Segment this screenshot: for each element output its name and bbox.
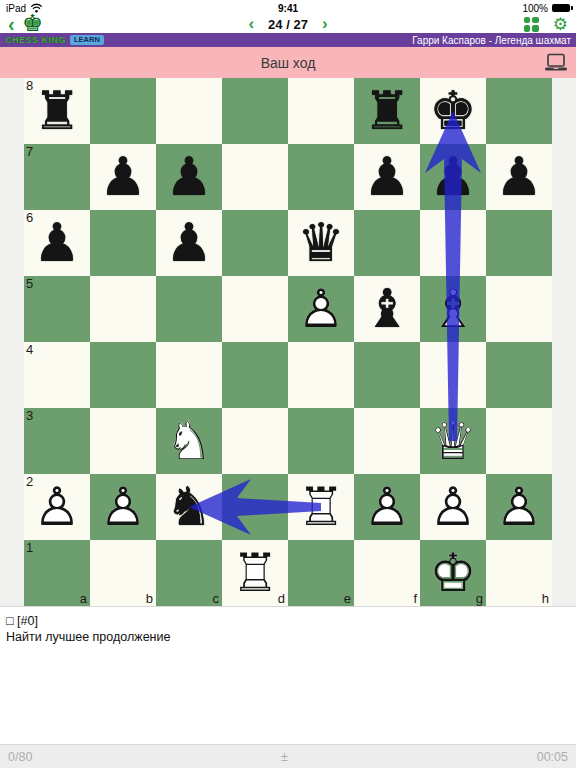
file-label-g: g xyxy=(476,591,483,606)
square-h5[interactable] xyxy=(486,276,552,342)
square-b3[interactable] xyxy=(90,408,156,474)
square-d8[interactable] xyxy=(222,78,288,144)
square-d6[interactable] xyxy=(222,210,288,276)
footer-bar: 0/80 ± 00:05 xyxy=(0,744,576,768)
square-f2[interactable]: ♟♙ xyxy=(354,474,420,540)
rank-label-5: 5 xyxy=(26,276,33,291)
black-pawn-c6: ♟ xyxy=(156,210,222,276)
board-section: 8♜♜♚7♟♟♟♟♟6♟♟♛5♟♙♝♝♗43♞♘♛♕2♟♙♟♙♞♜♖♟♙♟♙♟♙… xyxy=(0,78,576,606)
square-c3[interactable]: ♞♘ xyxy=(156,408,222,474)
square-f7[interactable]: ♟ xyxy=(354,144,420,210)
move-marker: □ [#0] xyxy=(6,613,570,629)
square-c7[interactable]: ♟ xyxy=(156,144,222,210)
square-e2[interactable]: ♜♖ xyxy=(288,474,354,540)
prev-move-button[interactable]: ‹ xyxy=(248,16,254,32)
square-g6[interactable] xyxy=(420,210,486,276)
square-f8[interactable]: ♜ xyxy=(354,78,420,144)
battery-percent: 100% xyxy=(522,3,548,14)
grid-view-icon[interactable] xyxy=(524,17,539,32)
square-b1[interactable]: b xyxy=(90,540,156,606)
black-pawn-h7: ♟ xyxy=(486,144,552,210)
square-e5[interactable]: ♟♙ xyxy=(288,276,354,342)
square-h1[interactable]: h xyxy=(486,540,552,606)
square-d5[interactable] xyxy=(222,276,288,342)
rank-label-8: 8 xyxy=(26,78,33,93)
rank-label-1: 1 xyxy=(26,540,33,555)
square-a6[interactable]: 6♟ xyxy=(24,210,90,276)
white-rook-e2: ♜♖ xyxy=(288,474,354,540)
nav-bar: ‹ ♚♔ ‹ 24 / 27 › ⚙ xyxy=(0,15,576,33)
black-pawn-a6: ♟ xyxy=(24,210,90,276)
status-bar: iPad 9:41 100% xyxy=(0,0,576,15)
square-b2[interactable]: ♟♙ xyxy=(90,474,156,540)
puzzle-counter: 24 / 27 xyxy=(268,17,308,32)
score-counter: 0/80 xyxy=(8,750,32,764)
square-d7[interactable] xyxy=(222,144,288,210)
black-rook-a8: ♜ xyxy=(24,78,90,144)
square-h3[interactable] xyxy=(486,408,552,474)
file-label-e: e xyxy=(344,591,351,606)
task-text: Найти лучшее продолжение xyxy=(6,629,570,645)
white-bishop-g5: ♝♗ xyxy=(420,276,486,342)
chess-king-app: iPad 9:41 100% ‹ ♚♔ ‹ 24 / 27 › ⚙ xyxy=(0,0,576,768)
square-f5[interactable]: ♝ xyxy=(354,276,420,342)
square-f4[interactable] xyxy=(354,342,420,408)
black-pawn-c7: ♟ xyxy=(156,144,222,210)
black-pawn-b7: ♟ xyxy=(90,144,156,210)
square-g3[interactable]: ♛♕ xyxy=(420,408,486,474)
square-e1[interactable]: e xyxy=(288,540,354,606)
file-label-h: h xyxy=(542,591,549,606)
square-b4[interactable] xyxy=(90,342,156,408)
back-chevron[interactable]: ‹ xyxy=(8,16,15,32)
computer-icon[interactable] xyxy=(544,53,568,72)
square-g7[interactable]: ♟ xyxy=(420,144,486,210)
black-queen-e6: ♛ xyxy=(288,210,354,276)
clock: 9:41 xyxy=(278,3,298,14)
square-g2[interactable]: ♟♙ xyxy=(420,474,486,540)
square-b5[interactable] xyxy=(90,276,156,342)
chess-king-logo-icon[interactable]: ♚♔ xyxy=(21,11,45,35)
white-pawn-f2: ♟♙ xyxy=(354,474,420,540)
learn-badge: LEARN xyxy=(70,35,104,45)
square-h4[interactable] xyxy=(486,342,552,408)
square-e3[interactable] xyxy=(288,408,354,474)
square-b6[interactable] xyxy=(90,210,156,276)
file-label-a: a xyxy=(80,591,87,606)
square-g1[interactable]: g♚♔ xyxy=(420,540,486,606)
square-e6[interactable]: ♛ xyxy=(288,210,354,276)
square-e4[interactable] xyxy=(288,342,354,408)
black-pawn-f7: ♟ xyxy=(354,144,420,210)
square-d1[interactable]: d♜♖ xyxy=(222,540,288,606)
white-pawn-a2: ♟♙ xyxy=(24,474,90,540)
square-c4[interactable] xyxy=(156,342,222,408)
rank-label-7: 7 xyxy=(26,144,33,159)
square-h7[interactable]: ♟ xyxy=(486,144,552,210)
square-h6[interactable] xyxy=(486,210,552,276)
brand-bar: CHESS KING LEARN Гарри Каспаров - Легенд… xyxy=(0,33,576,47)
course-title: Гарри Каспаров - Легенда шахмат xyxy=(412,35,571,46)
chess-king-wordmark: CHESS KING xyxy=(5,35,66,45)
square-h8[interactable] xyxy=(486,78,552,144)
square-c1[interactable]: c xyxy=(156,540,222,606)
rank-label-3: 3 xyxy=(26,408,33,423)
square-c2[interactable]: ♞ xyxy=(156,474,222,540)
white-pawn-g2: ♟♙ xyxy=(420,474,486,540)
square-a4[interactable]: 4 xyxy=(24,342,90,408)
square-c6[interactable]: ♟ xyxy=(156,210,222,276)
rank-label-6: 6 xyxy=(26,210,33,225)
battery-icon xyxy=(552,4,570,12)
elapsed-time: 00:05 xyxy=(537,750,568,764)
square-e7[interactable] xyxy=(288,144,354,210)
evaluation-symbol: ± xyxy=(281,750,288,764)
square-h2[interactable]: ♟♙ xyxy=(486,474,552,540)
white-queen-g3: ♛♕ xyxy=(420,408,486,474)
file-label-d: d xyxy=(278,591,285,606)
square-a8[interactable]: 8♜ xyxy=(24,78,90,144)
black-pawn-g7: ♟ xyxy=(420,144,486,210)
white-pawn-e5: ♟♙ xyxy=(288,276,354,342)
square-a1[interactable]: 1a xyxy=(24,540,90,606)
square-b7[interactable]: ♟ xyxy=(90,144,156,210)
white-knight-c3: ♞♘ xyxy=(156,408,222,474)
black-rook-f8: ♜ xyxy=(354,78,420,144)
rank-label-2: 2 xyxy=(26,474,33,489)
your-move-label: Ваш ход xyxy=(261,55,316,71)
square-e8[interactable] xyxy=(288,78,354,144)
square-g8[interactable]: ♚ xyxy=(420,78,486,144)
white-pawn-b2: ♟♙ xyxy=(90,474,156,540)
square-d2[interactable] xyxy=(222,474,288,540)
rank-label-4: 4 xyxy=(26,342,33,357)
white-pawn-h2: ♟♙ xyxy=(486,474,552,540)
chess-board: 8♜♜♚7♟♟♟♟♟6♟♟♛5♟♙♝♝♗43♞♘♛♕2♟♙♟♙♞♜♖♟♙♟♙♟♙… xyxy=(24,78,552,606)
file-label-c: c xyxy=(213,591,220,606)
black-knight-c2: ♞ xyxy=(156,474,222,540)
file-label-b: b xyxy=(146,591,153,606)
black-king-g8: ♚ xyxy=(420,78,486,144)
black-bishop-f5: ♝ xyxy=(354,276,420,342)
square-c5[interactable] xyxy=(156,276,222,342)
square-a2[interactable]: 2♟♙ xyxy=(24,474,90,540)
square-f1[interactable]: f xyxy=(354,540,420,606)
square-a3[interactable]: 3 xyxy=(24,408,90,474)
next-move-button[interactable]: › xyxy=(322,16,328,32)
square-f3[interactable] xyxy=(354,408,420,474)
square-g4[interactable] xyxy=(420,342,486,408)
square-d3[interactable] xyxy=(222,408,288,474)
square-c8[interactable] xyxy=(156,78,222,144)
file-label-f: f xyxy=(413,591,417,606)
annotation-panel: □ [#0] Найти лучшее продолжение xyxy=(0,606,576,649)
square-a5[interactable]: 5 xyxy=(24,276,90,342)
square-d4[interactable] xyxy=(222,342,288,408)
settings-gear-icon[interactable]: ⚙ xyxy=(553,17,568,32)
prompt-bar: Ваш ход xyxy=(0,47,576,78)
square-f6[interactable] xyxy=(354,210,420,276)
empty-area xyxy=(0,649,576,744)
square-a7[interactable]: 7 xyxy=(24,144,90,210)
square-g5[interactable]: ♝♗ xyxy=(420,276,486,342)
square-b8[interactable] xyxy=(90,78,156,144)
